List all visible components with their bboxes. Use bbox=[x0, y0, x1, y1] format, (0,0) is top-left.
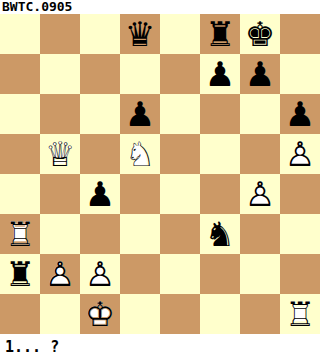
square-d8[interactable]: ♛ bbox=[120, 14, 160, 54]
black-knight-piece[interactable]: ♞ bbox=[200, 214, 240, 254]
square-a5[interactable] bbox=[0, 134, 40, 174]
white-pawn-glyph: ♙ bbox=[240, 174, 280, 214]
black-king-glyph: ♚ bbox=[240, 14, 280, 54]
square-a2[interactable]: ♜ bbox=[0, 254, 40, 294]
puzzle-id-title: BWTC.0905 bbox=[2, 0, 72, 14]
square-g1[interactable] bbox=[240, 294, 280, 334]
square-f3[interactable]: ♞ bbox=[200, 214, 240, 254]
square-b8[interactable] bbox=[40, 14, 80, 54]
black-king-piece[interactable]: ♚ bbox=[240, 14, 280, 54]
square-b1[interactable] bbox=[40, 294, 80, 334]
black-pawn-glyph: ♟ bbox=[240, 54, 280, 94]
square-f8[interactable]: ♜ bbox=[200, 14, 240, 54]
white-pawn-glyph: ♙ bbox=[40, 254, 80, 294]
square-e1[interactable] bbox=[160, 294, 200, 334]
square-c5[interactable] bbox=[80, 134, 120, 174]
black-pawn-glyph: ♟ bbox=[120, 94, 160, 134]
square-d7[interactable] bbox=[120, 54, 160, 94]
black-knight-glyph: ♞ bbox=[200, 214, 240, 254]
square-f1[interactable] bbox=[200, 294, 240, 334]
header-bar: BWTC.0905 bbox=[0, 0, 320, 14]
square-g4[interactable]: ♟♙ bbox=[240, 174, 280, 214]
square-d4[interactable] bbox=[120, 174, 160, 214]
black-pawn-piece[interactable]: ♟ bbox=[240, 54, 280, 94]
square-e5[interactable] bbox=[160, 134, 200, 174]
square-b2[interactable]: ♟♙ bbox=[40, 254, 80, 294]
black-rook-glyph: ♜ bbox=[0, 254, 40, 294]
white-knight-piece[interactable]: ♞♘ bbox=[120, 134, 160, 174]
square-c2[interactable]: ♟♙ bbox=[80, 254, 120, 294]
square-h8[interactable] bbox=[280, 14, 320, 54]
square-b6[interactable] bbox=[40, 94, 80, 134]
chess-tactics-app: BWTC.0905 ♛♜♚♟♟♟♟♛♕♞♘♟♙♟♟♙♜♖♞♜♟♙♟♙♚♔♜♖ 1… bbox=[0, 0, 320, 360]
square-c8[interactable] bbox=[80, 14, 120, 54]
square-a3[interactable]: ♜♖ bbox=[0, 214, 40, 254]
white-king-piece[interactable]: ♚♔ bbox=[80, 294, 120, 334]
square-h2[interactable] bbox=[280, 254, 320, 294]
square-g5[interactable] bbox=[240, 134, 280, 174]
white-queen-piece[interactable]: ♛♕ bbox=[40, 134, 80, 174]
chess-board: ♛♜♚♟♟♟♟♛♕♞♘♟♙♟♟♙♜♖♞♜♟♙♟♙♚♔♜♖ bbox=[0, 14, 320, 334]
white-pawn-piece[interactable]: ♟♙ bbox=[40, 254, 80, 294]
square-c6[interactable] bbox=[80, 94, 120, 134]
square-f5[interactable] bbox=[200, 134, 240, 174]
square-c1[interactable]: ♚♔ bbox=[80, 294, 120, 334]
square-e8[interactable] bbox=[160, 14, 200, 54]
square-d6[interactable]: ♟ bbox=[120, 94, 160, 134]
square-h6[interactable]: ♟ bbox=[280, 94, 320, 134]
square-h4[interactable] bbox=[280, 174, 320, 214]
square-g7[interactable]: ♟ bbox=[240, 54, 280, 94]
black-pawn-glyph: ♟ bbox=[80, 174, 120, 214]
square-g2[interactable] bbox=[240, 254, 280, 294]
black-pawn-glyph: ♟ bbox=[280, 94, 320, 134]
square-d1[interactable] bbox=[120, 294, 160, 334]
square-d3[interactable] bbox=[120, 214, 160, 254]
square-c7[interactable] bbox=[80, 54, 120, 94]
black-pawn-piece[interactable]: ♟ bbox=[80, 174, 120, 214]
square-f7[interactable]: ♟ bbox=[200, 54, 240, 94]
square-g8[interactable]: ♚ bbox=[240, 14, 280, 54]
white-queen-glyph: ♕ bbox=[40, 134, 80, 174]
black-queen-piece[interactable]: ♛ bbox=[120, 14, 160, 54]
black-pawn-glyph: ♟ bbox=[200, 54, 240, 94]
white-pawn-piece[interactable]: ♟♙ bbox=[240, 174, 280, 214]
black-pawn-piece[interactable]: ♟ bbox=[120, 94, 160, 134]
black-rook-glyph: ♜ bbox=[200, 14, 240, 54]
black-queen-glyph: ♛ bbox=[120, 14, 160, 54]
square-h3[interactable] bbox=[280, 214, 320, 254]
square-b7[interactable] bbox=[40, 54, 80, 94]
square-e4[interactable] bbox=[160, 174, 200, 214]
black-rook-piece[interactable]: ♜ bbox=[0, 254, 40, 294]
footer-bar: 1... ? bbox=[0, 334, 320, 360]
square-f6[interactable] bbox=[200, 94, 240, 134]
white-king-glyph: ♔ bbox=[80, 294, 120, 334]
square-g6[interactable] bbox=[240, 94, 280, 134]
square-b4[interactable] bbox=[40, 174, 80, 214]
square-h7[interactable] bbox=[280, 54, 320, 94]
black-rook-piece[interactable]: ♜ bbox=[200, 14, 240, 54]
square-e7[interactable] bbox=[160, 54, 200, 94]
white-rook-piece[interactable]: ♜♖ bbox=[0, 214, 40, 254]
square-b3[interactable] bbox=[40, 214, 80, 254]
move-prompt: 1... ? bbox=[5, 338, 59, 356]
square-e3[interactable] bbox=[160, 214, 200, 254]
white-rook-piece[interactable]: ♜♖ bbox=[280, 294, 320, 334]
square-c4[interactable]: ♟ bbox=[80, 174, 120, 214]
black-pawn-piece[interactable]: ♟ bbox=[280, 94, 320, 134]
square-e2[interactable] bbox=[160, 254, 200, 294]
square-a8[interactable] bbox=[0, 14, 40, 54]
white-knight-glyph: ♘ bbox=[120, 134, 160, 174]
square-d5[interactable]: ♞♘ bbox=[120, 134, 160, 174]
square-a1[interactable] bbox=[0, 294, 40, 334]
square-a6[interactable] bbox=[0, 94, 40, 134]
square-f2[interactable] bbox=[200, 254, 240, 294]
square-a7[interactable] bbox=[0, 54, 40, 94]
white-pawn-piece[interactable]: ♟♙ bbox=[280, 134, 320, 174]
white-pawn-piece[interactable]: ♟♙ bbox=[80, 254, 120, 294]
square-h1[interactable]: ♜♖ bbox=[280, 294, 320, 334]
white-rook-glyph: ♖ bbox=[280, 294, 320, 334]
black-pawn-piece[interactable]: ♟ bbox=[200, 54, 240, 94]
white-pawn-glyph: ♙ bbox=[280, 134, 320, 174]
white-rook-glyph: ♖ bbox=[0, 214, 40, 254]
square-a4[interactable] bbox=[0, 174, 40, 214]
square-h5[interactable]: ♟♙ bbox=[280, 134, 320, 174]
white-pawn-glyph: ♙ bbox=[80, 254, 120, 294]
square-g3[interactable] bbox=[240, 214, 280, 254]
square-b5[interactable]: ♛♕ bbox=[40, 134, 80, 174]
square-e6[interactable] bbox=[160, 94, 200, 134]
square-f4[interactable] bbox=[200, 174, 240, 214]
square-d2[interactable] bbox=[120, 254, 160, 294]
square-c3[interactable] bbox=[80, 214, 120, 254]
